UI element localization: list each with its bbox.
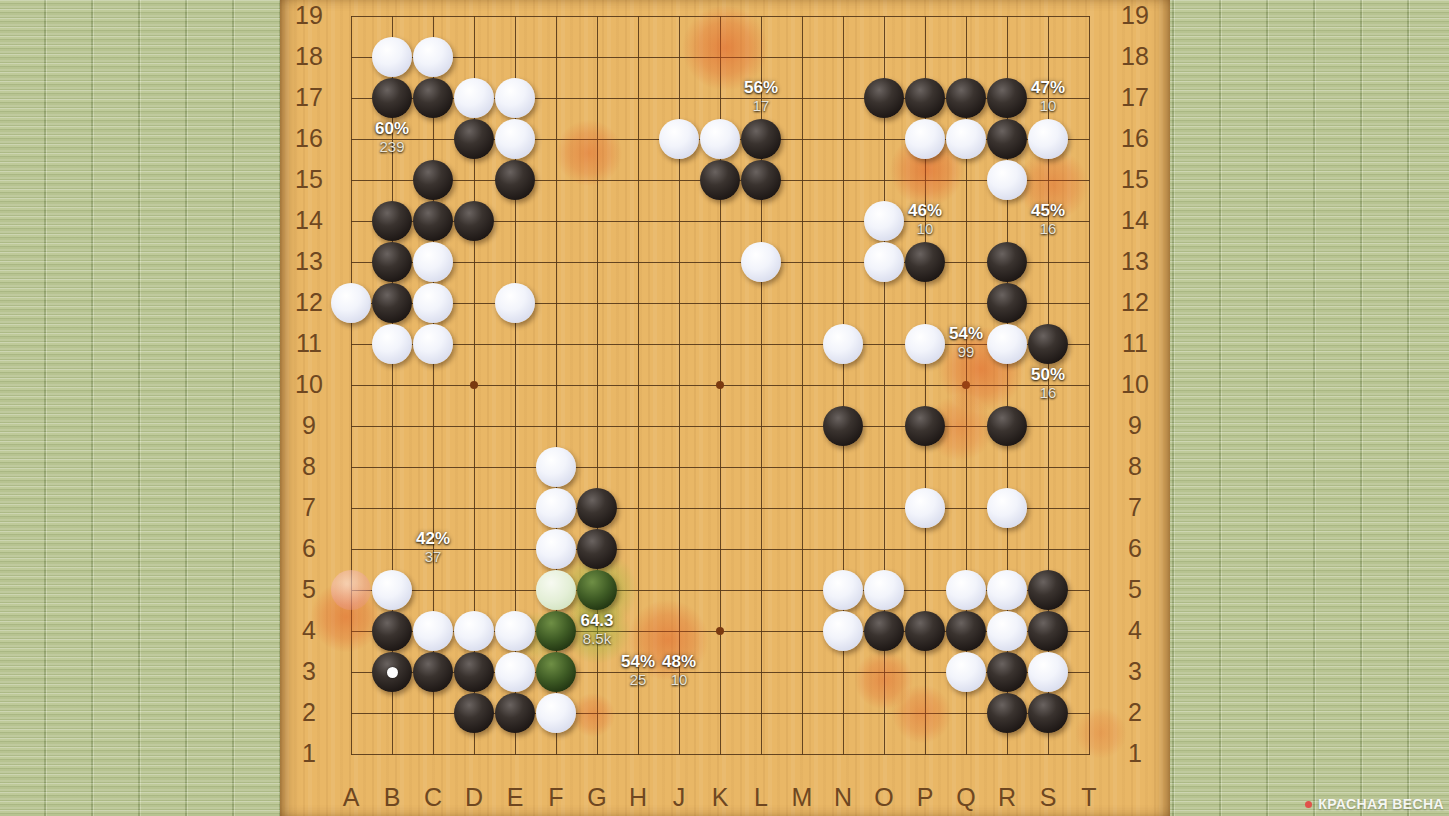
- stone-white: [413, 37, 453, 77]
- column-label: H: [618, 783, 658, 812]
- stone-white: [372, 37, 412, 77]
- stone-black: [1028, 611, 1068, 651]
- stone-white: [495, 283, 535, 323]
- row-label-right: 5: [1106, 575, 1164, 604]
- column-label: J: [659, 783, 699, 812]
- row-label-left: 6: [280, 534, 338, 563]
- stone-white: [987, 611, 1027, 651]
- stone-black: [413, 652, 453, 692]
- row-label-right: 7: [1106, 493, 1164, 522]
- column-label: E: [495, 783, 535, 812]
- stone-black: [454, 201, 494, 241]
- stone-black: [372, 78, 412, 118]
- watermark-text: КРАСНАЯ ВЕСНА: [1318, 796, 1444, 812]
- row-label-left: 19: [280, 1, 338, 30]
- stone-white: [372, 324, 412, 364]
- stone-white: [823, 570, 863, 610]
- stone-black-green: [577, 570, 617, 610]
- stone-white: [823, 611, 863, 651]
- stone-black: [372, 283, 412, 323]
- stone-white: [864, 242, 904, 282]
- screenshot-stage: 60%23956%1747%1046%1045%1654%9950%1642%3…: [0, 0, 1449, 816]
- stone-black: [372, 201, 412, 241]
- stone-white: [905, 488, 945, 528]
- stone-black: [495, 693, 535, 733]
- row-label-left: 1: [280, 739, 338, 768]
- stone-black: [905, 78, 945, 118]
- stone-white: [1028, 652, 1068, 692]
- column-label: A: [331, 783, 371, 812]
- stone-white: [700, 119, 740, 159]
- stone-white: [905, 119, 945, 159]
- stone-white: [413, 283, 453, 323]
- row-label-right: 10: [1106, 370, 1164, 399]
- stone-white: [741, 242, 781, 282]
- row-label-left: 8: [280, 452, 338, 481]
- row-label-right: 1: [1106, 739, 1164, 768]
- stone-black: [987, 283, 1027, 323]
- row-label-left: 18: [280, 42, 338, 71]
- stone-black: [1028, 693, 1068, 733]
- column-label: M: [782, 783, 822, 812]
- star-point: [716, 381, 724, 389]
- stone-black: [454, 652, 494, 692]
- stone-white: [495, 78, 535, 118]
- column-label: N: [823, 783, 863, 812]
- row-label-left: 16: [280, 124, 338, 153]
- stone-white: [659, 119, 699, 159]
- stone-black: [372, 611, 412, 651]
- column-label: F: [536, 783, 576, 812]
- stone-black: [413, 78, 453, 118]
- stone-white: [864, 570, 904, 610]
- stone-black: [987, 242, 1027, 282]
- stone-white: [372, 570, 412, 610]
- row-label-right: 11: [1106, 329, 1164, 358]
- stone-white: [454, 78, 494, 118]
- stone-black: [454, 119, 494, 159]
- row-label-right: 8: [1106, 452, 1164, 481]
- row-label-left: 14: [280, 206, 338, 235]
- stone-white: [987, 160, 1027, 200]
- stone-black: [413, 160, 453, 200]
- stone-black: [946, 611, 986, 651]
- stone-black: [413, 201, 453, 241]
- column-label: D: [454, 783, 494, 812]
- row-label-right: 17: [1106, 83, 1164, 112]
- stone-white: [495, 652, 535, 692]
- row-label-left: 5: [280, 575, 338, 604]
- stone-black-green: [536, 611, 576, 651]
- row-label-left: 15: [280, 165, 338, 194]
- stone-white: [946, 652, 986, 692]
- row-label-left: 10: [280, 370, 338, 399]
- row-label-left: 9: [280, 411, 338, 440]
- stone-white: [987, 324, 1027, 364]
- stone-black: [823, 406, 863, 446]
- stone-white: [413, 242, 453, 282]
- ghost-stone-suggestion: [331, 570, 371, 610]
- stone-white: [536, 693, 576, 733]
- stone-white: [413, 611, 453, 651]
- star-point: [716, 627, 724, 635]
- column-label: T: [1069, 783, 1109, 812]
- stone-white: [864, 201, 904, 241]
- column-label: K: [700, 783, 740, 812]
- row-label-left: 11: [280, 329, 338, 358]
- stone-black: [1028, 324, 1068, 364]
- column-label: L: [741, 783, 781, 812]
- row-label-right: 13: [1106, 247, 1164, 276]
- row-label-left: 17: [280, 83, 338, 112]
- column-label: B: [372, 783, 412, 812]
- row-label-right: 14: [1106, 206, 1164, 235]
- row-label-right: 16: [1106, 124, 1164, 153]
- column-label: G: [577, 783, 617, 812]
- stone-black: [495, 160, 535, 200]
- stone-black: [987, 78, 1027, 118]
- stone-white: [987, 488, 1027, 528]
- stone-white: [331, 283, 371, 323]
- stone-black: [905, 406, 945, 446]
- stone-black-green: [536, 652, 576, 692]
- column-label: O: [864, 783, 904, 812]
- stone-black: [905, 242, 945, 282]
- stone-black: [987, 119, 1027, 159]
- stone-black: [987, 693, 1027, 733]
- stone-black: [741, 160, 781, 200]
- stone-white: [987, 570, 1027, 610]
- stone-black: [454, 693, 494, 733]
- stone-black: [741, 119, 781, 159]
- stone-black: [987, 652, 1027, 692]
- stone-white: [413, 324, 453, 364]
- row-label-left: 3: [280, 657, 338, 686]
- stone-black: [700, 160, 740, 200]
- stone-white: [946, 570, 986, 610]
- row-label-left: 2: [280, 698, 338, 727]
- row-label-right: 12: [1106, 288, 1164, 317]
- row-label-right: 2: [1106, 698, 1164, 727]
- row-label-left: 7: [280, 493, 338, 522]
- stone-white: [536, 488, 576, 528]
- stone-white: [495, 611, 535, 651]
- stone-white: [536, 529, 576, 569]
- stone-white: [495, 119, 535, 159]
- stone-white: [536, 447, 576, 487]
- star-point: [962, 381, 970, 389]
- row-label-left: 4: [280, 616, 338, 645]
- stone-white: [1028, 119, 1068, 159]
- stone-white: [823, 324, 863, 364]
- watermark: КРАСНАЯ ВЕСНА: [1305, 796, 1444, 812]
- row-label-right: 6: [1106, 534, 1164, 563]
- stone-black: [372, 242, 412, 282]
- stone-black: [905, 611, 945, 651]
- stone-black: [864, 78, 904, 118]
- watermark-dot-icon: [1305, 801, 1312, 808]
- go-board: 60%23956%1747%1046%1045%1654%9950%1642%3…: [280, 0, 1170, 816]
- stone-white: [946, 119, 986, 159]
- row-label-right: 19: [1106, 1, 1164, 30]
- column-label: S: [1028, 783, 1068, 812]
- column-label: C: [413, 783, 453, 812]
- last-move-marker: [387, 667, 398, 678]
- stone-white: [905, 324, 945, 364]
- stone-black: [987, 406, 1027, 446]
- star-point: [470, 381, 478, 389]
- row-label-right: 4: [1106, 616, 1164, 645]
- row-label-left: 13: [280, 247, 338, 276]
- stone-black: [577, 529, 617, 569]
- row-label-right: 18: [1106, 42, 1164, 71]
- stone-black: [1028, 570, 1068, 610]
- stone-white-green: [536, 570, 576, 610]
- column-label: Q: [946, 783, 986, 812]
- row-label-right: 3: [1106, 657, 1164, 686]
- stone-black: [864, 611, 904, 651]
- row-label-left: 12: [280, 288, 338, 317]
- stone-black: [577, 488, 617, 528]
- stone-black: [946, 78, 986, 118]
- row-label-right: 15: [1106, 165, 1164, 194]
- column-label: R: [987, 783, 1027, 812]
- stone-white: [454, 611, 494, 651]
- column-label: P: [905, 783, 945, 812]
- row-label-right: 9: [1106, 411, 1164, 440]
